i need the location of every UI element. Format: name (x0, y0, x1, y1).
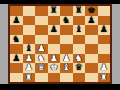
square-b1[interactable]: ♜ (23, 73, 36, 83)
square-a8[interactable] (10, 6, 23, 16)
square-a3[interactable]: ♟ (10, 54, 23, 64)
square-g3[interactable] (85, 54, 98, 64)
square-d4[interactable] (48, 44, 61, 54)
square-h4[interactable] (98, 44, 111, 54)
square-a7[interactable]: ♟ (10, 16, 23, 26)
square-e2[interactable]: ♝ (60, 63, 73, 73)
square-e1[interactable] (60, 73, 73, 83)
square-e5[interactable] (60, 35, 73, 45)
piece-black-pawn: ♟ (100, 25, 108, 34)
square-g6[interactable] (85, 25, 98, 35)
square-f5[interactable] (73, 35, 86, 45)
piece-black-knight: ♞ (62, 16, 70, 25)
square-e3[interactable]: ♟ (60, 54, 73, 64)
piece-black-pawn: ♟ (50, 25, 58, 34)
square-b2[interactable]: ♟ (23, 63, 36, 73)
square-c3[interactable]: ♞ (35, 54, 48, 64)
square-f1[interactable] (73, 73, 86, 83)
square-c1[interactable] (35, 73, 48, 83)
square-c8[interactable] (35, 6, 48, 16)
pillar-right (111, 4, 120, 84)
piece-black-bishop: ♝ (75, 25, 83, 34)
square-d5[interactable] (48, 35, 61, 45)
square-a2[interactable] (10, 63, 23, 73)
square-h5[interactable] (98, 35, 111, 45)
piece-white-rook: ♜ (25, 73, 33, 82)
square-c2[interactable]: ♛ (35, 63, 48, 73)
piece-black-bishop: ♝ (25, 44, 33, 53)
square-g7[interactable]: ♟ (85, 16, 98, 26)
square-d7[interactable] (48, 16, 61, 26)
piece-white-pawn: ♟ (62, 54, 70, 63)
piece-white-pawn: ♟ (50, 54, 58, 63)
piece-black-pawn: ♟ (12, 16, 20, 25)
piece-white-knight: ♞ (75, 54, 83, 63)
square-h8[interactable] (98, 6, 111, 16)
square-c7[interactable] (35, 16, 48, 26)
square-h1[interactable]: ♜ (98, 73, 111, 83)
square-a1[interactable] (10, 73, 23, 83)
piece-black-rook: ♜ (50, 6, 58, 15)
square-g4[interactable] (85, 44, 98, 54)
square-c6[interactable] (35, 25, 48, 35)
chess-board-frame: ♜♜♚♟♞♟♟♝♟♞♝♟♟♟♞♟♟♞♟♛♚♝♛♟♜♜ (8, 4, 112, 84)
square-a6[interactable] (10, 25, 23, 35)
piece-black-pawn: ♟ (12, 54, 20, 63)
square-g2[interactable] (85, 63, 98, 73)
piece-white-pawn: ♟ (37, 44, 45, 53)
square-b5[interactable] (23, 35, 36, 45)
square-h6[interactable]: ♟ (98, 25, 111, 35)
square-d2[interactable]: ♚ (48, 63, 61, 73)
square-b6[interactable] (23, 25, 36, 35)
piece-black-king: ♚ (87, 6, 95, 15)
piece-black-queen: ♛ (75, 63, 83, 72)
square-f4[interactable] (73, 44, 86, 54)
piece-white-rook: ♜ (100, 73, 108, 82)
square-d3[interactable]: ♟ (48, 54, 61, 64)
square-h2[interactable]: ♟ (98, 63, 111, 73)
letterbox-bottom-bar (0, 84, 120, 90)
square-e7[interactable]: ♞ (60, 16, 73, 26)
piece-black-rook: ♜ (75, 6, 83, 15)
square-a4[interactable] (10, 44, 23, 54)
square-g8[interactable]: ♚ (85, 6, 98, 16)
piece-white-pawn: ♟ (25, 63, 33, 72)
piece-black-pawn: ♟ (87, 16, 95, 25)
square-f8[interactable]: ♜ (73, 6, 86, 16)
video-frame: ♜♜♚♟♞♟♟♝♟♞♝♟♟♟♞♟♟♞♟♛♚♝♛♟♜♜ (0, 0, 120, 90)
square-d1[interactable] (48, 73, 61, 83)
square-c4[interactable]: ♟ (35, 44, 48, 54)
square-f3[interactable]: ♞ (73, 54, 86, 64)
square-f2[interactable]: ♛ (73, 63, 86, 73)
piece-white-pawn: ♟ (25, 54, 33, 63)
square-e4[interactable] (60, 44, 73, 54)
square-d8[interactable]: ♜ (48, 6, 61, 16)
square-b8[interactable] (23, 6, 36, 16)
square-a5[interactable]: ♞ (10, 35, 23, 45)
chess-board: ♜♜♚♟♞♟♟♝♟♞♝♟♟♟♞♟♟♞♟♛♚♝♛♟♜♜ (10, 6, 110, 82)
piece-white-bishop: ♝ (62, 63, 70, 72)
piece-white-pawn: ♟ (100, 63, 108, 72)
square-g1[interactable] (85, 73, 98, 83)
square-b3[interactable]: ♟ (23, 54, 36, 64)
piece-white-knight: ♞ (37, 54, 45, 63)
square-h3[interactable] (98, 54, 111, 64)
square-f6[interactable]: ♝ (73, 25, 86, 35)
square-c5[interactable] (35, 35, 48, 45)
square-g5[interactable] (85, 35, 98, 45)
piece-black-knight: ♞ (12, 35, 20, 44)
square-b7[interactable] (23, 16, 36, 26)
square-b4[interactable]: ♝ (23, 44, 36, 54)
piece-white-king: ♚ (50, 63, 58, 72)
square-h7[interactable] (98, 16, 111, 26)
square-d6[interactable]: ♟ (48, 25, 61, 35)
square-e8[interactable] (60, 6, 73, 16)
square-f7[interactable] (73, 16, 86, 26)
square-e6[interactable] (60, 25, 73, 35)
piece-white-queen: ♛ (37, 63, 45, 72)
